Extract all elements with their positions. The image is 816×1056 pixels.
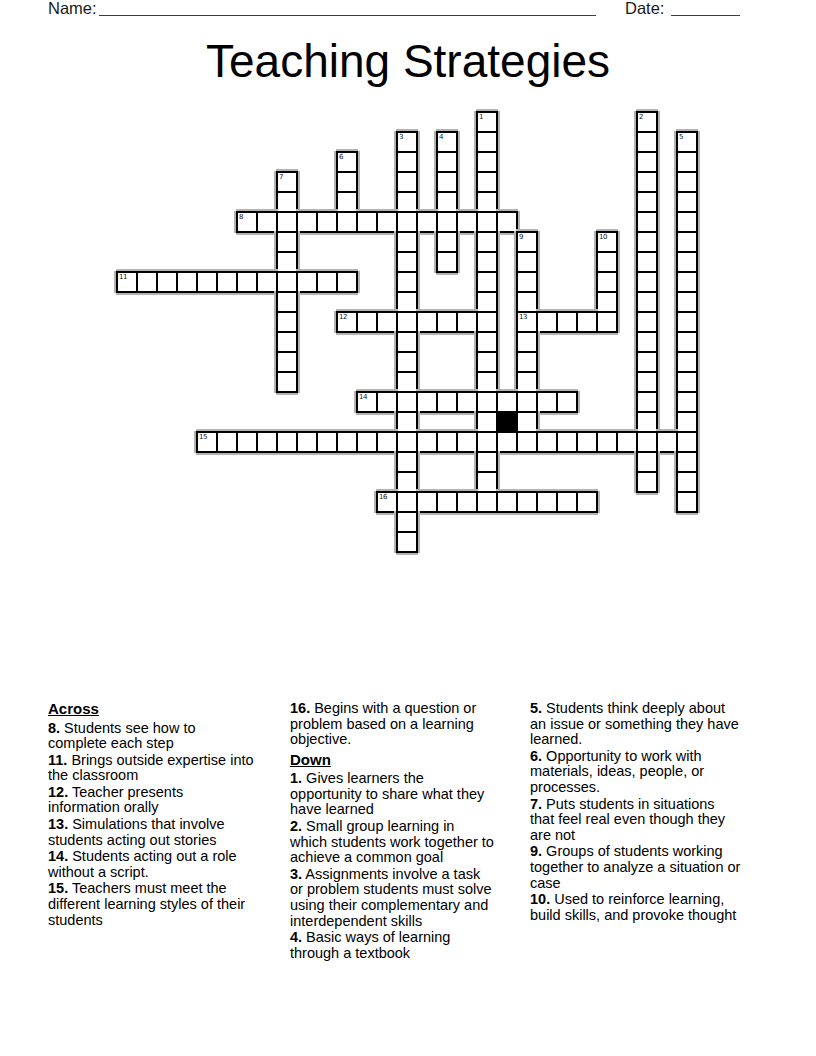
clue-number-label: 15. [48,880,68,896]
cell-r14c17[interactable] [456,391,478,413]
clue-across-12: 12. Teacher presents information orally [48,785,274,816]
cell-r12c28[interactable] [676,351,698,373]
page-title: Teaching Strategies [0,33,816,89]
clue-number-label: 14. [48,848,68,864]
cell-r13c20[interactable] [516,371,538,393]
cell-r16c16[interactable] [436,431,458,453]
clue-number-4: 4 [439,133,443,141]
cell-r5c9[interactable] [296,211,318,233]
clue-down-9: 9. Groups of students working together t… [530,844,768,891]
clue-number-11: 11 [119,273,127,281]
clue-down-5: 5. Students think deeply about an issue … [530,701,768,748]
cell-r12c20[interactable] [516,351,538,373]
clue-across-16: 16. Begins with a question or problem ba… [290,701,520,748]
cell-r8c6[interactable] [236,271,258,293]
cell-r7c18[interactable] [476,251,498,273]
cell-r5c14[interactable] [396,211,418,233]
cell-r16c17[interactable] [456,431,478,453]
cell-r14c13[interactable] [376,391,398,413]
cell-r8c4[interactable] [196,271,218,293]
cell-r7c8[interactable] [276,251,298,273]
cell-r8c3[interactable] [176,271,198,293]
cell-r16c24[interactable] [596,431,618,453]
cell-r18c28[interactable] [676,471,698,493]
cell-r3c14[interactable] [396,171,418,193]
cell-r16c14[interactable] [396,431,418,453]
cell-r1c26[interactable] [636,131,658,153]
cell-r19c20[interactable] [516,491,538,513]
cell-r4c28[interactable] [676,191,698,213]
cell-r14c15[interactable] [416,391,438,413]
cell-r3c26[interactable] [636,171,658,193]
cell-r7c26[interactable] [636,251,658,273]
cell-r12c8[interactable] [276,351,298,373]
cell-r10c11[interactable]: 12 [336,311,358,333]
cell-r2c26[interactable] [636,151,658,173]
clue-across-13: 13. Simulations that involve students ac… [48,817,274,848]
cell-r10c20[interactable]: 13 [516,311,538,333]
cell-r10c17[interactable] [456,311,478,333]
clue-number-label: 6. [530,748,542,764]
cell-r7c14[interactable] [396,251,418,273]
cell-r6c24[interactable]: 10 [596,231,618,253]
cell-r4c14[interactable] [396,191,418,213]
cell-r21c14[interactable] [396,531,418,553]
cell-r10c18[interactable] [476,311,498,333]
cell-r5c15[interactable] [416,211,438,233]
across-heading: Across [48,701,274,717]
cell-r4c26[interactable] [636,191,658,213]
cell-r18c14[interactable] [396,471,418,493]
name-blank-line [99,15,596,16]
cell-r16c5[interactable] [216,431,238,453]
cell-r15c26[interactable] [636,411,658,433]
date-label: Date: [625,0,664,17]
cell-r1c14[interactable]: 3 [396,131,418,153]
black-cell [496,411,518,433]
clue-down-10: 10. Used to reinforce learning, build sk… [530,892,768,923]
clue-number-label: 12. [48,784,68,800]
clue-number-13: 13 [519,313,527,321]
cell-r10c28[interactable] [676,311,698,333]
cell-r8c2[interactable] [156,271,178,293]
clue-number-10: 10 [599,233,607,241]
cell-r13c8[interactable] [276,371,298,393]
clue-across-8: 8. Students see how to complete each ste… [48,721,274,752]
cell-r8c1[interactable] [136,271,158,293]
cell-r11c20[interactable] [516,331,538,353]
cell-r12c14[interactable] [396,351,418,373]
cell-r5c16[interactable] [436,211,458,233]
cell-r17c18[interactable] [476,451,498,473]
cell-r16c13[interactable] [376,431,398,453]
clue-number-label: 11. [48,752,67,768]
cell-r1c18[interactable] [476,131,498,153]
cell-r16c23[interactable] [576,431,598,453]
cell-r9c20[interactable] [516,291,538,313]
clue-number-label: 10. [530,891,550,907]
clue-number-label: 1. [290,770,302,786]
cell-r3c8[interactable]: 7 [276,171,298,193]
cell-r4c11[interactable] [336,191,358,213]
cell-r5c28[interactable] [676,211,698,233]
cell-r18c18[interactable] [476,471,498,493]
cell-r10c16[interactable] [436,311,458,333]
cell-r8c9[interactable] [296,271,318,293]
clue-down-1: 1. Gives learners the opportunity to sha… [290,771,520,818]
cell-r14c28[interactable] [676,391,698,413]
cell-r15c28[interactable] [676,411,698,433]
cell-r9c26[interactable] [636,291,658,313]
cell-r11c28[interactable] [676,331,698,353]
cell-r6c8[interactable] [276,231,298,253]
cell-r10c26[interactable] [636,311,658,333]
cell-r2c16[interactable] [436,151,458,173]
cell-r16c18[interactable] [476,431,498,453]
cell-r14c22[interactable] [556,391,578,413]
cell-r16c27[interactable] [656,431,678,453]
cell-r2c18[interactable] [476,151,498,173]
cell-r4c8[interactable] [276,191,298,213]
clue-number-label: 2. [290,818,302,834]
cell-r3c18[interactable] [476,171,498,193]
cell-r6c16[interactable] [436,231,458,253]
cell-r14c21[interactable] [536,391,558,413]
cell-r15c18[interactable] [476,411,498,433]
cell-r14c26[interactable] [636,391,658,413]
cell-r5c12[interactable] [356,211,378,233]
clue-number-5: 5 [679,133,683,141]
clue-number-label: 4. [290,929,302,945]
cell-r5c8[interactable] [276,211,298,233]
clue-number-label: 8. [48,720,60,736]
cell-r16c12[interactable] [356,431,378,453]
clue-down-7: 7. Puts students in situations that feel… [530,797,768,844]
cell-r2c11[interactable]: 6 [336,151,358,173]
crossword-grid: 12345678910111213141516 [116,111,698,553]
cell-r19c22[interactable] [556,491,578,513]
cell-r12c18[interactable] [476,351,498,373]
cell-r12c26[interactable] [636,351,658,373]
clue-number-14: 14 [359,393,367,401]
clue-down-3: 3. Assignments involve a task or problem… [290,867,520,929]
cell-r11c14[interactable] [396,331,418,353]
cell-r8c10[interactable] [316,271,338,293]
cell-r7c24[interactable] [596,251,618,273]
cell-r17c28[interactable] [676,451,698,473]
clue-number-label: 3. [290,866,302,882]
clue-number-12: 12 [339,313,347,321]
cell-r5c7[interactable] [256,211,278,233]
cell-r14c16[interactable] [436,391,458,413]
cell-r10c8[interactable] [276,311,298,333]
cell-r16c9[interactable] [296,431,318,453]
clues-column-3: 5. Students think deeply about an issue … [530,701,768,924]
cell-r7c20[interactable] [516,251,538,273]
cell-r8c28[interactable] [676,271,698,293]
clue-number-6: 6 [339,153,343,161]
cell-r0c26[interactable]: 2 [636,111,658,133]
cell-r13c28[interactable] [676,371,698,393]
cell-r8c7[interactable] [256,271,278,293]
cell-r7c28[interactable] [676,251,698,273]
cell-r19c28[interactable] [676,491,698,513]
cell-r16c19[interactable] [496,431,518,453]
cell-r13c18[interactable] [476,371,498,393]
cell-r16c4[interactable]: 15 [196,431,218,453]
clue-number-15: 15 [199,433,207,441]
clue-across-14: 14. Students acting out a role without a… [48,849,274,880]
cell-r18c26[interactable] [636,471,658,493]
cell-r8c14[interactable] [396,271,418,293]
clue-down-4: 4. Basic ways of learning through a text… [290,930,520,961]
cell-r8c20[interactable] [516,271,538,293]
down-heading: Down [290,752,520,768]
clue-across-11: 11. Brings outside expertise into the cl… [48,753,274,784]
cell-r17c26[interactable] [636,451,658,473]
cell-r14c20[interactable] [516,391,538,413]
cell-r15c14[interactable] [396,411,418,433]
cell-r5c26[interactable] [636,211,658,233]
cell-r10c21[interactable] [536,311,558,333]
cell-r16c28[interactable] [676,431,698,453]
cell-r11c18[interactable] [476,331,498,353]
cell-r1c16[interactable]: 4 [436,131,458,153]
cell-r8c11[interactable] [336,271,358,293]
cell-r16c21[interactable] [536,431,558,453]
cell-r16c6[interactable] [236,431,258,453]
clues-column-1: Across8. Students see how to complete ea… [48,701,274,929]
cell-r9c18[interactable] [476,291,498,313]
cell-r1c28[interactable]: 5 [676,131,698,153]
cell-r16c7[interactable] [256,431,278,453]
cell-r3c16[interactable] [436,171,458,193]
clue-number-label: 13. [48,816,68,832]
cell-r5c17[interactable] [456,211,478,233]
cell-r16c22[interactable] [556,431,578,453]
worksheet-page: Name: Date: Teaching Strategies 12345678… [0,0,816,1056]
cell-r5c11[interactable] [336,211,358,233]
cell-r6c26[interactable] [636,231,658,253]
clue-down-6: 6. Opportunity to work with materials, i… [530,749,768,796]
cell-r19c19[interactable] [496,491,518,513]
cell-r5c18[interactable] [476,211,498,233]
cell-r2c14[interactable] [396,151,418,173]
cell-r16c15[interactable] [416,431,438,453]
cell-r10c13[interactable] [376,311,398,333]
cell-r8c24[interactable] [596,271,618,293]
cell-r6c18[interactable] [476,231,498,253]
cell-r19c21[interactable] [536,491,558,513]
clue-number-2: 2 [639,113,643,121]
cell-r9c24[interactable] [596,291,618,313]
cell-r8c18[interactable] [476,271,498,293]
clue-down-2: 2. Small group learning in which student… [290,819,520,866]
cell-r3c28[interactable] [676,171,698,193]
cell-r8c5[interactable] [216,271,238,293]
cell-r5c6[interactable]: 8 [236,211,258,233]
cell-r7c16[interactable] [436,251,458,273]
cell-r16c26[interactable] [636,431,658,453]
cell-r11c26[interactable] [636,331,658,353]
cell-r10c15[interactable] [416,311,438,333]
cell-r9c28[interactable] [676,291,698,313]
clue-number-9: 9 [519,233,523,241]
clue-number-3: 3 [399,133,403,141]
cell-r8c8[interactable] [276,271,298,293]
cell-r17c14[interactable] [396,451,418,473]
cell-r19c14[interactable] [396,491,418,513]
cell-r13c14[interactable] [396,371,418,393]
cell-r9c14[interactable] [396,291,418,313]
cell-r6c14[interactable] [396,231,418,253]
cell-r3c11[interactable] [336,171,358,193]
clue-number-8: 8 [239,213,243,221]
cell-r6c20[interactable]: 9 [516,231,538,253]
cell-r10c12[interactable] [356,311,378,333]
cell-r10c22[interactable] [556,311,578,333]
cell-r11c8[interactable] [276,331,298,353]
cell-r9c8[interactable] [276,291,298,313]
cell-r16c10[interactable] [316,431,338,453]
cell-r10c14[interactable] [396,311,418,333]
cell-r14c18[interactable] [476,391,498,413]
cell-r13c26[interactable] [636,371,658,393]
cell-r5c19[interactable] [496,211,518,233]
cell-r15c20[interactable] [516,411,538,433]
clue-number-label: 7. [530,796,542,812]
clue-number-label: 9. [530,843,542,859]
clue-number-1: 1 [479,113,483,121]
cell-r16c25[interactable] [616,431,638,453]
cell-r5c13[interactable] [376,211,398,233]
cell-r20c14[interactable] [396,511,418,533]
clues-column-2: 16. Begins with a question or problem ba… [290,701,520,962]
cell-r19c18[interactable] [476,491,498,513]
cell-r14c14[interactable] [396,391,418,413]
cell-r19c16[interactable] [436,491,458,513]
clue-number-7: 7 [279,173,283,181]
cell-r2c28[interactable] [676,151,698,173]
clue-number-label: 16. [290,700,310,716]
cell-r4c18[interactable] [476,191,498,213]
cell-r10c24[interactable] [596,311,618,333]
clue-number-label: 5. [530,700,542,716]
cell-r16c20[interactable] [516,431,538,453]
cell-r19c13[interactable]: 16 [376,491,398,513]
cell-r19c17[interactable] [456,491,478,513]
cell-r8c0[interactable]: 11 [116,271,138,293]
cell-r0c18[interactable]: 1 [476,111,498,133]
cell-r19c23[interactable] [576,491,598,513]
cell-r8c26[interactable] [636,271,658,293]
clue-number-16: 16 [379,493,387,501]
cell-r14c19[interactable] [496,391,518,413]
cell-r19c15[interactable] [416,491,438,513]
cell-r16c11[interactable] [336,431,358,453]
name-label: Name: [48,0,97,17]
clue-across-15: 15. Teachers must meet the different lea… [48,881,274,928]
cell-r4c16[interactable] [436,191,458,213]
cell-r16c8[interactable] [276,431,298,453]
cell-r6c28[interactable] [676,231,698,253]
cell-r10c23[interactable] [576,311,598,333]
cell-r14c12[interactable]: 14 [356,391,378,413]
cell-r5c10[interactable] [316,211,338,233]
date-blank-line [671,15,740,16]
